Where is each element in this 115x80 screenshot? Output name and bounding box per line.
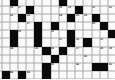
cell-r6c9[interactable]: 37 [75, 47, 83, 55]
black-cell-r6c7 [59, 47, 67, 55]
cell-r8c1[interactable] [10, 63, 18, 71]
clue-number: 36 [51, 47, 54, 50]
cell-r3c3[interactable]: 27 [26, 22, 34, 30]
clue-number: 38 [100, 47, 103, 50]
black-cell-r8c12 [100, 63, 108, 71]
cell-r6c4[interactable]: 35 [34, 47, 42, 55]
cell-r6c11[interactable] [92, 47, 100, 55]
cell-r4c12[interactable] [100, 30, 108, 38]
black-cell-r5c8 [67, 38, 75, 46]
cell-r3c10[interactable] [83, 22, 91, 30]
clue-number: 30 [51, 30, 54, 33]
cell-r5c11[interactable] [92, 38, 100, 46]
cell-r3c1[interactable] [10, 22, 18, 30]
cell-r5c9[interactable]: 32 [75, 38, 83, 46]
crossword-screenshot: 1314151617181920212223242526272829303132… [0, 0, 115, 80]
clue-number: 27 [27, 22, 30, 25]
cell-r4c3[interactable] [26, 30, 34, 38]
cell-r3c8[interactable] [67, 22, 75, 30]
clue-number: 35 [35, 47, 38, 50]
cell-r1c7[interactable]: 18 [59, 6, 67, 14]
cell-r2c13[interactable] [108, 14, 115, 22]
cell-r8c13[interactable]: 43 [108, 63, 115, 71]
cell-r5c13[interactable] [108, 38, 115, 46]
clue-number: 26 [84, 14, 87, 17]
cell-r6c6[interactable]: 36 [51, 47, 59, 55]
cell-r9c1[interactable]: 44 [10, 71, 18, 79]
clue-number: 31 [59, 38, 62, 41]
clue-number: 44 [10, 71, 13, 74]
cell-r8c9[interactable]: 42 [75, 63, 83, 71]
cell-r9c12[interactable] [100, 71, 108, 79]
cell-r7c13[interactable] [108, 55, 115, 63]
black-cell-r3c4 [34, 22, 42, 30]
clue-number: 22 [10, 14, 13, 17]
cell-r8c4[interactable] [34, 63, 42, 71]
clue-number: 17 [18, 6, 21, 9]
cell-r4c6[interactable]: 30 [51, 30, 59, 38]
cell-r5c6[interactable] [51, 38, 59, 46]
cell-r3c2[interactable] [18, 22, 26, 30]
cell-r1c8[interactable]: 19 [67, 6, 75, 14]
cell-r9c4[interactable] [34, 71, 42, 79]
clue-number: 20 [92, 6, 95, 9]
cell-r2c9[interactable]: 25 [75, 14, 83, 22]
cell-r2c5[interactable] [42, 14, 50, 22]
cell-r6c12[interactable]: 38 [100, 47, 108, 55]
cell-r4c0[interactable] [2, 30, 10, 38]
cell-r6c0[interactable] [2, 47, 10, 55]
cell-r3c11[interactable]: 28 [92, 22, 100, 30]
cell-r7c0[interactable] [2, 55, 10, 63]
cell-r6c1[interactable]: 34 [10, 47, 18, 55]
cell-r6c3[interactable] [26, 47, 34, 55]
clue-number: 18 [59, 6, 62, 9]
cell-r1c1[interactable]: 16 [10, 6, 18, 14]
clue-number: 23 [27, 14, 30, 17]
cell-r7c12[interactable] [100, 55, 108, 63]
clue-number: 34 [10, 47, 13, 50]
cell-r5c3[interactable] [26, 38, 34, 46]
cell-r9c7[interactable] [59, 71, 67, 79]
cell-r4c9[interactable] [75, 30, 83, 38]
cell-r5c2[interactable] [18, 38, 26, 46]
cell-r4c2[interactable]: 29 [18, 30, 26, 38]
cell-r9c6[interactable] [51, 71, 59, 79]
clue-number: 37 [76, 47, 79, 50]
cell-r4c7[interactable] [59, 30, 67, 38]
black-cell-r9c5 [42, 71, 50, 79]
cell-r2c3[interactable]: 23 [26, 14, 34, 22]
clue-number: 33 [100, 38, 103, 41]
black-cell-r3c6 [51, 22, 59, 30]
black-cell-r4c13 [108, 30, 115, 38]
cell-r2c10[interactable]: 26 [83, 14, 91, 22]
clue-number: 40 [84, 55, 87, 58]
cell-r9c9[interactable] [75, 71, 83, 79]
cell-r8c3[interactable] [26, 63, 34, 71]
black-cell-r9c0 [2, 71, 10, 79]
cell-r8c10[interactable] [83, 63, 91, 71]
cell-r2c6[interactable] [51, 14, 59, 22]
cell-r7c10[interactable]: 40 [83, 55, 91, 63]
cell-r5c7[interactable]: 31 [59, 38, 67, 46]
black-cell-r1c9 [75, 6, 83, 14]
cell-r1c0[interactable] [2, 6, 10, 14]
black-cell-r5c4 [34, 38, 42, 46]
cell-r3c7[interactable] [59, 22, 67, 30]
cell-r1c13[interactable]: 21 [108, 6, 115, 14]
black-cell-r6c5 [42, 47, 50, 55]
cell-r7c11[interactable] [92, 55, 100, 63]
clue-number: 24 [59, 14, 62, 17]
cell-r6c13[interactable]: 39 [108, 47, 115, 55]
clue-number: 25 [76, 14, 79, 17]
cell-r7c7[interactable] [59, 55, 67, 63]
clue-number: 41 [51, 63, 54, 66]
cell-r9c10[interactable] [83, 71, 91, 79]
clue-number: 39 [109, 47, 112, 50]
cell-r8c0[interactable] [2, 63, 10, 71]
crossword-grid: 1314151617181920212223242526272829303132… [0, 0, 115, 79]
clue-number: 16 [10, 6, 13, 9]
clue-number: 28 [92, 22, 95, 25]
cell-r1c12[interactable] [100, 6, 108, 14]
clue-number: 32 [76, 38, 79, 41]
cell-r3c13[interactable] [108, 22, 115, 30]
cell-r7c2[interactable] [18, 55, 26, 63]
clue-number: 21 [109, 6, 112, 9]
cell-r4c5[interactable] [42, 30, 50, 38]
clue-number: 43 [109, 63, 112, 66]
cell-r7c8[interactable] [67, 55, 75, 63]
cell-r4c11[interactable] [92, 30, 100, 38]
cell-r7c5[interactable] [42, 55, 50, 63]
black-cell-r5c1 [10, 38, 18, 46]
cell-r1c10[interactable] [83, 6, 91, 14]
cell-r6c10[interactable] [83, 47, 91, 55]
black-cell-r3c12 [100, 22, 108, 30]
clue-number: 29 [18, 30, 21, 33]
cell-r6c2[interactable] [18, 47, 26, 55]
black-cell-r9c2 [18, 71, 26, 79]
cell-r9c11[interactable] [92, 71, 100, 79]
black-cell-r2c8 [67, 14, 75, 22]
cell-r5c5[interactable] [42, 38, 50, 46]
black-cell-r4c4 [34, 30, 42, 38]
cell-r2c0[interactable] [2, 14, 10, 22]
cell-r3c0[interactable] [2, 22, 10, 30]
cell-r7c1[interactable] [10, 55, 18, 63]
cell-r2c1[interactable]: 22 [10, 14, 18, 22]
cell-r3c9[interactable] [75, 22, 83, 30]
cell-r1c6[interactable] [51, 6, 59, 14]
black-cell-r8c11 [92, 63, 100, 71]
black-cell-r4c1 [10, 30, 18, 38]
black-cell-r5c10 [83, 38, 91, 46]
cell-r2c4[interactable] [34, 14, 42, 22]
cell-r1c2[interactable]: 17 [18, 6, 26, 14]
cell-r4c10[interactable] [83, 30, 91, 38]
cell-r2c12[interactable] [100, 14, 108, 22]
black-cell-r1c3 [26, 6, 34, 14]
black-cell-r2c2 [18, 14, 26, 22]
cell-r7c4[interactable] [34, 55, 42, 63]
cell-r8c8[interactable] [67, 63, 75, 71]
cell-r9c3[interactable]: 45 [26, 71, 34, 79]
cell-r2c7[interactable]: 24 [59, 14, 67, 22]
cell-r1c5[interactable] [42, 6, 50, 14]
cell-r5c12[interactable]: 33 [100, 38, 108, 46]
black-cell-r8c5 [42, 63, 50, 71]
black-cell-r2c11 [92, 14, 100, 22]
cell-r3c5[interactable] [42, 22, 50, 30]
cell-r5c0[interactable] [2, 38, 10, 46]
cell-r7c3[interactable] [26, 55, 34, 63]
cell-r8c7[interactable] [59, 63, 67, 71]
cell-r1c11[interactable]: 20 [92, 6, 100, 14]
cell-r8c2[interactable] [18, 63, 26, 71]
black-cell-r7c6 [51, 55, 59, 63]
cell-r6c8[interactable] [67, 47, 75, 55]
cell-r9c13[interactable] [108, 71, 115, 79]
black-cell-r4c8 [67, 30, 75, 38]
cell-r1c4[interactable] [34, 6, 42, 14]
clue-number: 19 [68, 6, 71, 9]
cell-r9c8[interactable] [67, 71, 75, 79]
cell-r8c6[interactable]: 41 [51, 63, 59, 71]
cell-r7c9[interactable] [75, 55, 83, 63]
clue-number: 45 [27, 71, 30, 74]
clue-number: 42 [76, 63, 79, 66]
